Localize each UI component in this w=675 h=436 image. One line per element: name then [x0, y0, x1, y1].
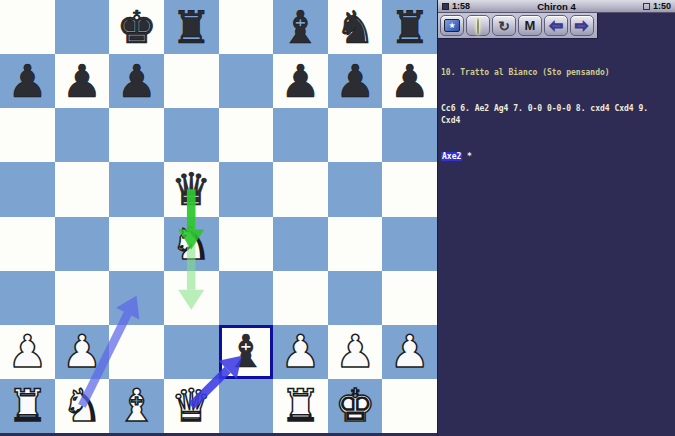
black-rook[interactable]: ♜	[171, 5, 211, 50]
hint-button[interactable]	[466, 15, 490, 36]
square-f6[interactable]	[273, 108, 328, 162]
black-side-indicator-icon	[643, 3, 650, 10]
square-d5[interactable]: ♛	[164, 162, 219, 216]
square-c1[interactable]: ♝	[109, 379, 164, 433]
square-e4[interactable]	[219, 217, 274, 271]
square-c7[interactable]: ♟	[109, 54, 164, 108]
square-f8[interactable]: ♝	[273, 0, 328, 54]
square-a1[interactable]: ♜	[0, 379, 55, 433]
black-bishop[interactable]: ♝	[280, 5, 320, 50]
square-f2[interactable]: ♟	[273, 325, 328, 379]
square-d8[interactable]: ♜	[164, 0, 219, 54]
square-e6[interactable]	[219, 108, 274, 162]
black-pawn[interactable]: ♟	[62, 59, 102, 104]
square-g1[interactable]: ♚	[328, 379, 383, 433]
white-knight[interactable]: ♞	[171, 221, 211, 266]
square-b1[interactable]: ♞	[55, 379, 110, 433]
square-b7[interactable]: ♟	[55, 54, 110, 108]
square-d6[interactable]	[164, 108, 219, 162]
square-a6[interactable]	[0, 108, 55, 162]
square-e2[interactable]: ♝	[219, 325, 274, 379]
black-rook[interactable]: ♜	[390, 5, 430, 50]
white-bishop[interactable]: ♝	[116, 383, 156, 428]
square-h8[interactable]: ♜	[382, 0, 437, 54]
black-pawn[interactable]: ♟	[116, 59, 156, 104]
database-button[interactable]: ★	[440, 15, 464, 36]
white-pawn[interactable]: ♟	[62, 329, 102, 374]
square-a5[interactable]	[0, 162, 55, 216]
square-g4[interactable]	[328, 217, 383, 271]
white-rook[interactable]: ♜	[7, 383, 47, 428]
square-a7[interactable]: ♟	[0, 54, 55, 108]
square-d2[interactable]	[164, 325, 219, 379]
square-b8[interactable]	[55, 0, 110, 54]
square-f5[interactable]	[273, 162, 328, 216]
square-d3[interactable]	[164, 271, 219, 325]
black-pawn[interactable]: ♟	[7, 59, 47, 104]
square-c8[interactable]: ♚	[109, 0, 164, 54]
white-king[interactable]: ♚	[335, 383, 375, 428]
white-knight[interactable]: ♞	[62, 383, 102, 428]
result-marker: *	[462, 152, 472, 161]
white-to-move-indicator-icon	[442, 3, 449, 10]
square-g3[interactable]	[328, 271, 383, 325]
square-g6[interactable]	[328, 108, 383, 162]
square-h1[interactable]	[382, 379, 437, 433]
square-a8[interactable]	[0, 0, 55, 54]
square-e5[interactable]	[219, 162, 274, 216]
engine-output: 10. Tratto al Bianco (Sto pensando) Cc6 …	[438, 39, 675, 187]
white-rook[interactable]: ♜	[280, 383, 320, 428]
square-g8[interactable]: ♞	[328, 0, 383, 54]
square-e3[interactable]	[219, 271, 274, 325]
engine-status-line: 10. Tratto al Bianco (Sto pensando)	[441, 67, 672, 79]
square-f1[interactable]: ♜	[273, 379, 328, 433]
square-h4[interactable]	[382, 217, 437, 271]
engine-titlebar: 1:58 Chiron 4 1:50	[438, 0, 675, 13]
square-c3[interactable]	[109, 271, 164, 325]
square-h3[interactable]	[382, 271, 437, 325]
square-f3[interactable]	[273, 271, 328, 325]
square-g5[interactable]	[328, 162, 383, 216]
black-clock: 1:50	[653, 1, 671, 11]
square-a2[interactable]: ♟	[0, 325, 55, 379]
engine-moves-line: Cc6 6. Ae2 Ag4 7. 0-0 0-0-0 8. cxd4 Cxd4…	[441, 103, 672, 127]
square-f4[interactable]	[273, 217, 328, 271]
square-d1[interactable]: ♛	[164, 379, 219, 433]
square-h6[interactable]	[382, 108, 437, 162]
black-pawn[interactable]: ♟	[280, 59, 320, 104]
database-folder-icon: ★	[444, 19, 460, 32]
square-h5[interactable]	[382, 162, 437, 216]
arrow-right-icon: ⇨	[575, 18, 588, 34]
chess-board[interactable]: ♚♜♝♞♜♟♟♟♟♟♟♛♞♟♟♝♟♟♟♜♞♝♛♜♚	[0, 0, 437, 433]
arrow-left-icon: ⇦	[549, 18, 562, 34]
square-c5[interactable]	[109, 162, 164, 216]
white-pawn[interactable]: ♟	[390, 329, 430, 374]
white-queen[interactable]: ♛	[171, 383, 211, 428]
square-f7[interactable]: ♟	[273, 54, 328, 108]
square-g7[interactable]: ♟	[328, 54, 383, 108]
mode-button[interactable]: M	[518, 15, 542, 36]
square-d7[interactable]	[164, 54, 219, 108]
square-c6[interactable]	[109, 108, 164, 162]
lightbulb-icon	[473, 19, 484, 33]
engine-current-line: Axe2 *	[441, 151, 672, 163]
engine-panel: 1:58 Chiron 4 1:50 ★ ↻ M ⇦ ⇨ 10. Trat	[437, 0, 675, 436]
white-pawn[interactable]: ♟	[335, 329, 375, 374]
black-queen[interactable]: ♛	[171, 167, 211, 212]
black-pawn[interactable]: ♟	[335, 59, 375, 104]
square-b5[interactable]	[55, 162, 110, 216]
letter-m-icon: M	[525, 19, 536, 32]
square-e8[interactable]	[219, 0, 274, 54]
white-clock-group: 1:58	[442, 1, 494, 11]
square-e1[interactable]	[219, 379, 274, 433]
forward-button[interactable]: ⇨	[570, 15, 594, 36]
engine-toolbar: ★ ↻ M ⇦ ⇨	[438, 13, 598, 39]
square-e7[interactable]	[219, 54, 274, 108]
refresh-button[interactable]: ↻	[492, 15, 516, 36]
square-c4[interactable]	[109, 217, 164, 271]
square-h2[interactable]: ♟	[382, 325, 437, 379]
square-c2[interactable]	[109, 325, 164, 379]
engine-window-title: Chiron 4	[494, 1, 619, 12]
back-button[interactable]: ⇦	[544, 15, 568, 36]
black-king[interactable]: ♚	[116, 5, 156, 50]
square-b3[interactable]	[55, 271, 110, 325]
white-clock: 1:58	[452, 1, 470, 11]
square-b2[interactable]: ♟	[55, 325, 110, 379]
square-h7[interactable]: ♟	[382, 54, 437, 108]
current-move-highlight[interactable]: Axe2	[441, 152, 462, 161]
white-pawn[interactable]: ♟	[7, 329, 47, 374]
square-a3[interactable]	[0, 271, 55, 325]
black-pawn[interactable]: ♟	[390, 59, 430, 104]
square-d4[interactable]: ♞	[164, 217, 219, 271]
refresh-icon: ↻	[498, 19, 510, 33]
black-clock-group: 1:50	[619, 1, 671, 11]
black-bishop[interactable]: ♝	[226, 329, 266, 374]
square-b6[interactable]	[55, 108, 110, 162]
square-b4[interactable]	[55, 217, 110, 271]
square-a4[interactable]	[0, 217, 55, 271]
white-pawn[interactable]: ♟	[280, 329, 320, 374]
black-knight[interactable]: ♞	[335, 5, 375, 50]
square-g2[interactable]: ♟	[328, 325, 383, 379]
